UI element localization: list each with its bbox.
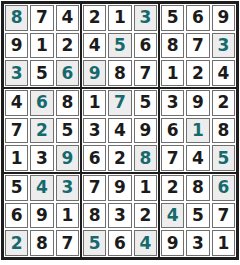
cell-r7c7[interactable]: 2 [161,175,184,201]
cell-r9c4[interactable]: 5 [83,230,106,256]
cell-r4c8[interactable]: 9 [186,90,209,116]
cell-r4c5[interactable]: 7 [108,90,131,116]
cell-r3c7[interactable]: 1 [161,60,184,86]
cell-r7c6[interactable]: 1 [134,175,157,201]
cell-r8c9[interactable]: 7 [212,203,235,229]
cell-r7c1[interactable]: 5 [5,175,28,201]
cell-r3c5[interactable]: 8 [108,60,131,86]
cell-r5c1[interactable]: 7 [5,118,28,144]
cell-r4c9[interactable]: 2 [212,90,235,116]
cell-r6c6[interactable]: 8 [134,145,157,171]
cell-r5c5[interactable]: 4 [108,118,131,144]
cell-r3c6[interactable]: 7 [134,60,157,86]
cell-r3c9[interactable]: 4 [212,60,235,86]
cell-r1c5[interactable]: 1 [108,5,131,31]
cell-r6c7[interactable]: 7 [161,145,184,171]
cell-r4c7[interactable]: 3 [161,90,184,116]
block-3-2: 791832564 [82,174,158,257]
cell-r5c6[interactable]: 9 [134,118,157,144]
cell-r5c7[interactable]: 6 [161,118,184,144]
cell-r6c1[interactable]: 1 [5,145,28,171]
cell-r8c5[interactable]: 3 [108,203,131,229]
cell-r7c2[interactable]: 4 [30,175,53,201]
cell-r2c3[interactable]: 2 [56,33,79,59]
cell-r2c9[interactable]: 3 [212,33,235,59]
cell-r7c4[interactable]: 7 [83,175,106,201]
cell-r5c2[interactable]: 2 [30,118,53,144]
cell-r1c2[interactable]: 7 [30,5,53,31]
cell-r5c9[interactable]: 8 [212,118,235,144]
cell-r6c3[interactable]: 9 [56,145,79,171]
cell-r4c3[interactable]: 8 [56,90,79,116]
cell-r3c8[interactable]: 2 [186,60,209,86]
cell-r6c2[interactable]: 3 [30,145,53,171]
block-3-3: 286457931 [160,174,236,257]
cell-r1c4[interactable]: 2 [83,5,106,31]
cell-r2c7[interactable]: 8 [161,33,184,59]
block-2-2: 175349628 [82,89,158,172]
cell-r2c1[interactable]: 9 [5,33,28,59]
cell-r6c4[interactable]: 6 [83,145,106,171]
cell-r2c8[interactable]: 7 [186,33,209,59]
cell-r5c4[interactable]: 3 [83,118,106,144]
cell-r8c8[interactable]: 5 [186,203,209,229]
cell-r3c2[interactable]: 5 [30,60,53,86]
cell-r8c7[interactable]: 4 [161,203,184,229]
cell-r8c6[interactable]: 2 [134,203,157,229]
cell-r1c6[interactable]: 3 [134,5,157,31]
cell-r1c8[interactable]: 6 [186,5,209,31]
cell-r1c1[interactable]: 8 [5,5,28,31]
cell-r9c2[interactable]: 8 [30,230,53,256]
cell-r7c8[interactable]: 8 [186,175,209,201]
cell-r2c4[interactable]: 4 [83,33,106,59]
cell-r9c8[interactable]: 3 [186,230,209,256]
cell-r7c5[interactable]: 9 [108,175,131,201]
cell-r8c1[interactable]: 6 [5,203,28,229]
cell-r6c5[interactable]: 2 [108,145,131,171]
block-1-1: 874912356 [4,4,80,87]
sudoku-board: 8749123562134569875698731244687251391753… [1,1,239,260]
cell-r1c9[interactable]: 9 [212,5,235,31]
cell-r4c2[interactable]: 6 [30,90,53,116]
cell-r4c4[interactable]: 1 [83,90,106,116]
cell-r9c6[interactable]: 4 [134,230,157,256]
cell-r8c4[interactable]: 8 [83,203,106,229]
cell-r3c4[interactable]: 9 [83,60,106,86]
cell-r7c3[interactable]: 3 [56,175,79,201]
cell-r9c3[interactable]: 7 [56,230,79,256]
cell-r7c9[interactable]: 6 [212,175,235,201]
cell-r4c6[interactable]: 5 [134,90,157,116]
block-2-3: 392618745 [160,89,236,172]
cell-r4c1[interactable]: 4 [5,90,28,116]
cell-r9c7[interactable]: 9 [161,230,184,256]
block-2-1: 468725139 [4,89,80,172]
block-1-3: 569873124 [160,4,236,87]
cell-r8c2[interactable]: 9 [30,203,53,229]
cell-r9c5[interactable]: 6 [108,230,131,256]
cell-r1c7[interactable]: 5 [161,5,184,31]
cell-r3c1[interactable]: 3 [5,60,28,86]
cell-r2c2[interactable]: 1 [30,33,53,59]
cell-r2c5[interactable]: 5 [108,33,131,59]
cell-r1c3[interactable]: 4 [56,5,79,31]
cell-r6c8[interactable]: 4 [186,145,209,171]
block-1-2: 213456987 [82,4,158,87]
block-3-1: 543691287 [4,174,80,257]
cell-r5c3[interactable]: 5 [56,118,79,144]
cell-r3c3[interactable]: 6 [56,60,79,86]
cell-r6c9[interactable]: 5 [212,145,235,171]
cell-r9c9[interactable]: 1 [212,230,235,256]
cell-r5c8[interactable]: 1 [186,118,209,144]
cell-r8c3[interactable]: 1 [56,203,79,229]
cell-r2c6[interactable]: 6 [134,33,157,59]
cell-r9c1[interactable]: 2 [5,230,28,256]
